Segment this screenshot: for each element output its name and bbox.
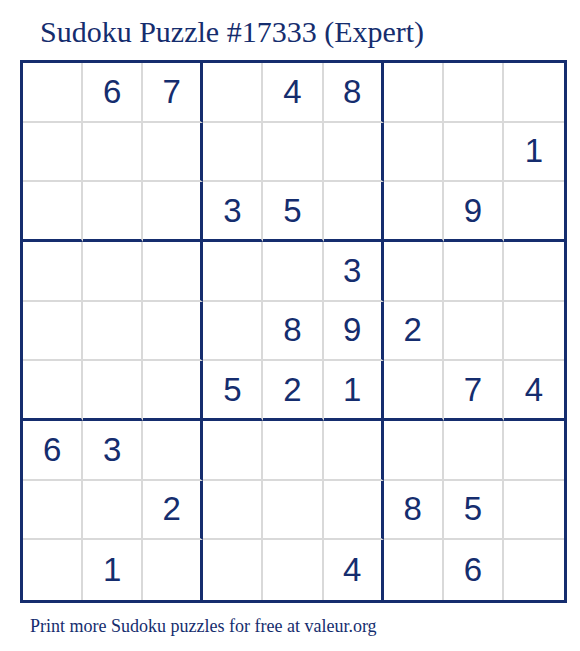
cell-r4c3 xyxy=(143,242,203,302)
cell-r6c8: 7 xyxy=(444,361,504,421)
cell-r4c4 xyxy=(203,242,263,302)
cell-r8c9 xyxy=(504,481,564,541)
cell-r7c3 xyxy=(143,421,203,481)
cell-r5c4 xyxy=(203,302,263,362)
cell-r8c8: 5 xyxy=(444,481,504,541)
cell-r9c4 xyxy=(203,540,263,600)
cell-r7c9 xyxy=(504,421,564,481)
cell-r9c8: 6 xyxy=(444,540,504,600)
sudoku-grid: 6748135938925217463285146 xyxy=(20,60,567,603)
cell-r1c3: 7 xyxy=(143,63,203,123)
cell-r4c7 xyxy=(384,242,444,302)
cell-r4c5 xyxy=(263,242,323,302)
cell-r3c1 xyxy=(23,182,83,242)
cell-r5c5: 8 xyxy=(263,302,323,362)
cell-r6c1 xyxy=(23,361,83,421)
cell-r8c7: 8 xyxy=(384,481,444,541)
cell-r4c6: 3 xyxy=(324,242,384,302)
cell-r4c1 xyxy=(23,242,83,302)
cell-r6c6: 1 xyxy=(324,361,384,421)
cell-r1c8 xyxy=(444,63,504,123)
cell-r9c6: 4 xyxy=(324,540,384,600)
cell-r2c5 xyxy=(263,123,323,183)
cell-r4c9 xyxy=(504,242,564,302)
cell-r3c8: 9 xyxy=(444,182,504,242)
cell-r6c3 xyxy=(143,361,203,421)
cell-r1c7 xyxy=(384,63,444,123)
cell-r2c9: 1 xyxy=(504,123,564,183)
cell-r7c7 xyxy=(384,421,444,481)
cell-r4c8 xyxy=(444,242,504,302)
cell-r2c4 xyxy=(203,123,263,183)
cell-r7c4 xyxy=(203,421,263,481)
cell-r5c2 xyxy=(83,302,143,362)
cell-r6c4: 5 xyxy=(203,361,263,421)
cell-r2c2 xyxy=(83,123,143,183)
cell-r6c2 xyxy=(83,361,143,421)
cell-r1c1 xyxy=(23,63,83,123)
cell-r6c7 xyxy=(384,361,444,421)
cell-r1c4 xyxy=(203,63,263,123)
cell-r9c9 xyxy=(504,540,564,600)
cell-r8c4 xyxy=(203,481,263,541)
sudoku-page: Sudoku Puzzle #17333 (Expert) 6748135938… xyxy=(0,0,580,651)
cell-r5c7: 2 xyxy=(384,302,444,362)
cell-r3c4: 3 xyxy=(203,182,263,242)
cell-r9c5 xyxy=(263,540,323,600)
cell-r8c2 xyxy=(83,481,143,541)
cell-r9c2: 1 xyxy=(83,540,143,600)
cell-r2c6 xyxy=(324,123,384,183)
footer-text: Print more Sudoku puzzles for free at va… xyxy=(30,616,377,637)
cell-r7c5 xyxy=(263,421,323,481)
cell-r8c3: 2 xyxy=(143,481,203,541)
cell-r5c9 xyxy=(504,302,564,362)
page-title: Sudoku Puzzle #17333 (Expert) xyxy=(40,15,424,49)
cell-r6c9: 4 xyxy=(504,361,564,421)
cell-r6c5: 2 xyxy=(263,361,323,421)
cell-r3c3 xyxy=(143,182,203,242)
cell-r9c1 xyxy=(23,540,83,600)
cell-r4c2 xyxy=(83,242,143,302)
cell-r2c8 xyxy=(444,123,504,183)
cell-r5c6: 9 xyxy=(324,302,384,362)
cell-r9c3 xyxy=(143,540,203,600)
cell-r8c5 xyxy=(263,481,323,541)
cell-r3c6 xyxy=(324,182,384,242)
cell-r7c2: 3 xyxy=(83,421,143,481)
cell-r2c1 xyxy=(23,123,83,183)
cell-r3c2 xyxy=(83,182,143,242)
cell-r1c5: 4 xyxy=(263,63,323,123)
cell-r5c1 xyxy=(23,302,83,362)
cell-r7c8 xyxy=(444,421,504,481)
cell-r3c9 xyxy=(504,182,564,242)
cell-r1c9 xyxy=(504,63,564,123)
cell-r5c3 xyxy=(143,302,203,362)
cell-r1c6: 8 xyxy=(324,63,384,123)
cell-r2c7 xyxy=(384,123,444,183)
cell-r7c1: 6 xyxy=(23,421,83,481)
cell-r1c2: 6 xyxy=(83,63,143,123)
cell-r3c7 xyxy=(384,182,444,242)
cell-r2c3 xyxy=(143,123,203,183)
cell-r7c6 xyxy=(324,421,384,481)
cell-r8c6 xyxy=(324,481,384,541)
cell-r3c5: 5 xyxy=(263,182,323,242)
cell-r5c8 xyxy=(444,302,504,362)
cell-r8c1 xyxy=(23,481,83,541)
cell-r9c7 xyxy=(384,540,444,600)
